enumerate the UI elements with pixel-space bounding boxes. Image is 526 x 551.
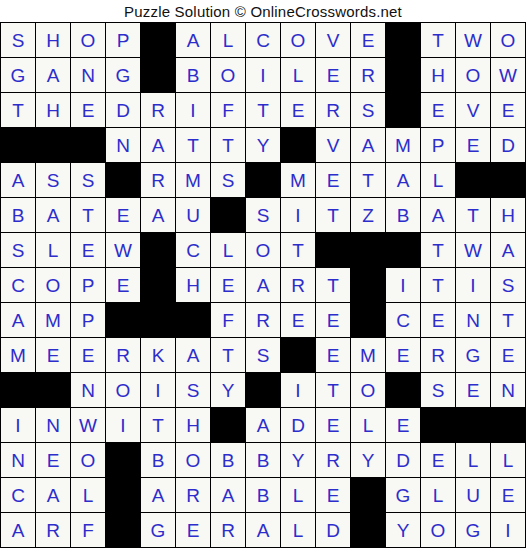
black-cell-r8c5: [141, 268, 175, 302]
black-cell-r6c7: [211, 198, 245, 232]
cell-r14c13: L: [421, 478, 455, 512]
cell-r13c1: N: [1, 443, 35, 477]
cell-r11c15: N: [491, 373, 525, 407]
cell-r12c11: L: [351, 408, 385, 442]
cell-r11c13: S: [421, 373, 455, 407]
cell-r8c3: P: [71, 268, 105, 302]
cell-r3c6: I: [176, 93, 210, 127]
cell-r10c6: A: [176, 338, 210, 372]
black-cell-r1c5: [141, 23, 175, 57]
cell-r4c4: N: [106, 128, 140, 162]
cell-r4c11: A: [351, 128, 385, 162]
cell-r2c6: B: [176, 58, 210, 92]
cell-r5c13: L: [421, 163, 455, 197]
cell-r5c5: R: [141, 163, 175, 197]
cell-r8c4: E: [106, 268, 140, 302]
cell-r8c8: A: [246, 268, 280, 302]
cell-r8c2: O: [36, 268, 70, 302]
cell-r1c7: L: [211, 23, 245, 57]
cell-r15c6: E: [176, 513, 210, 547]
cell-r4c6: T: [176, 128, 210, 162]
black-cell-r9c5: [141, 303, 175, 337]
cell-r9c12: C: [386, 303, 420, 337]
black-cell-r15c11: [351, 513, 385, 547]
cell-r10c15: E: [491, 338, 525, 372]
cell-r1c8: C: [246, 23, 280, 57]
cell-r2c1: G: [1, 58, 35, 92]
cell-r1c6: A: [176, 23, 210, 57]
cell-r9c3: P: [71, 303, 105, 337]
black-cell-r13c4: [106, 443, 140, 477]
cell-r8c12: I: [386, 268, 420, 302]
cell-r4c14: E: [456, 128, 490, 162]
cell-r15c5: G: [141, 513, 175, 547]
page-title: Puzzle Solution © OnlineCrosswords.net: [0, 0, 526, 22]
cell-r6c6: U: [176, 198, 210, 232]
cell-r5c7: S: [211, 163, 245, 197]
black-cell-r5c4: [106, 163, 140, 197]
cell-r4c10: V: [316, 128, 350, 162]
cell-r7c1: S: [1, 233, 35, 267]
cell-r6c12: B: [386, 198, 420, 232]
cell-r2c15: W: [491, 58, 525, 92]
cell-r13c3: O: [71, 443, 105, 477]
cell-r7c3: E: [71, 233, 105, 267]
cell-r9c10: E: [316, 303, 350, 337]
cell-r8c15: S: [491, 268, 525, 302]
black-cell-r5c8: [246, 163, 280, 197]
cell-r9c7: F: [211, 303, 245, 337]
cell-r15c3: F: [71, 513, 105, 547]
cell-r6c14: T: [456, 198, 490, 232]
cell-r1c3: O: [71, 23, 105, 57]
cell-r7c4: W: [106, 233, 140, 267]
cell-r11c5: I: [141, 373, 175, 407]
cell-r10c10: E: [316, 338, 350, 372]
black-cell-r9c6: [176, 303, 210, 337]
cell-r14c5: A: [141, 478, 175, 512]
cell-r6c3: T: [71, 198, 105, 232]
black-cell-r12c13: [421, 408, 455, 442]
black-cell-r10c9: [281, 338, 315, 372]
crossword-grid: SHOPALCOVETWOGANGBOILERHOWTHEDRIFTERSEVE…: [0, 22, 526, 548]
cell-r9c9: E: [281, 303, 315, 337]
cell-r1c13: T: [421, 23, 455, 57]
cell-r2c14: O: [456, 58, 490, 92]
cell-r8c10: T: [316, 268, 350, 302]
cell-r2c9: L: [281, 58, 315, 92]
black-cell-r8c11: [351, 268, 385, 302]
black-cell-r7c5: [141, 233, 175, 267]
cell-r15c9: L: [281, 513, 315, 547]
cell-r2c8: I: [246, 58, 280, 92]
cell-r7c9: T: [281, 233, 315, 267]
cell-r3c13: E: [421, 93, 455, 127]
cell-r13c11: Y: [351, 443, 385, 477]
black-cell-r11c1: [1, 373, 35, 407]
cell-r2c11: R: [351, 58, 385, 92]
cell-r3c9: E: [281, 93, 315, 127]
cell-r7c2: L: [36, 233, 70, 267]
cell-r11c7: Y: [211, 373, 245, 407]
cell-r15c13: O: [421, 513, 455, 547]
cell-r13c2: E: [36, 443, 70, 477]
cell-r3c5: R: [141, 93, 175, 127]
cell-r12c6: H: [176, 408, 210, 442]
cell-r10c13: R: [421, 338, 455, 372]
cell-r3c4: D: [106, 93, 140, 127]
cell-r12c1: I: [1, 408, 35, 442]
cell-r3c2: H: [36, 93, 70, 127]
cell-r11c10: T: [316, 373, 350, 407]
cell-r10c8: S: [246, 338, 280, 372]
black-cell-r12c15: [491, 408, 525, 442]
cell-r11c3: N: [71, 373, 105, 407]
black-cell-r7c12: [386, 233, 420, 267]
cell-r13c12: D: [386, 443, 420, 477]
cell-r5c12: A: [386, 163, 420, 197]
cell-r3c3: E: [71, 93, 105, 127]
cell-r6c10: T: [316, 198, 350, 232]
cell-r7c15: A: [491, 233, 525, 267]
cell-r13c6: O: [176, 443, 210, 477]
cell-r14c2: A: [36, 478, 70, 512]
cell-r13c13: E: [421, 443, 455, 477]
cell-r7c14: W: [456, 233, 490, 267]
cell-r6c11: Z: [351, 198, 385, 232]
cell-r15c1: A: [1, 513, 35, 547]
black-cell-r4c2: [36, 128, 70, 162]
cell-r1c9: O: [281, 23, 315, 57]
cell-r8c14: I: [456, 268, 490, 302]
cell-r6c5: A: [141, 198, 175, 232]
black-cell-r11c2: [36, 373, 70, 407]
cell-r6c4: E: [106, 198, 140, 232]
cell-r5c2: S: [36, 163, 70, 197]
cell-r8c9: R: [281, 268, 315, 302]
cell-r14c12: G: [386, 478, 420, 512]
cell-r15c8: A: [246, 513, 280, 547]
black-cell-r12c14: [456, 408, 490, 442]
cell-r6c1: B: [1, 198, 35, 232]
black-cell-r7c10: [316, 233, 350, 267]
cell-r5c10: E: [316, 163, 350, 197]
black-cell-r4c9: [281, 128, 315, 162]
cell-r5c6: M: [176, 163, 210, 197]
cell-r12c2: N: [36, 408, 70, 442]
cell-r3c1: T: [1, 93, 35, 127]
cell-r12c3: W: [71, 408, 105, 442]
cell-r14c14: U: [456, 478, 490, 512]
black-cell-r11c8: [246, 373, 280, 407]
cell-r11c9: I: [281, 373, 315, 407]
cell-r5c1: A: [1, 163, 35, 197]
cell-r1c10: V: [316, 23, 350, 57]
cell-r13c9: Y: [281, 443, 315, 477]
cell-r6c13: A: [421, 198, 455, 232]
cell-r3c7: F: [211, 93, 245, 127]
cell-r6c9: I: [281, 198, 315, 232]
cell-r15c12: Y: [386, 513, 420, 547]
cell-r10c2: E: [36, 338, 70, 372]
cell-r4c8: Y: [246, 128, 280, 162]
black-cell-r2c12: [386, 58, 420, 92]
cell-r12c10: E: [316, 408, 350, 442]
cell-r6c8: S: [246, 198, 280, 232]
cell-r14c9: L: [281, 478, 315, 512]
black-cell-r14c4: [106, 478, 140, 512]
black-cell-r3c12: [386, 93, 420, 127]
cell-r5c3: S: [71, 163, 105, 197]
black-cell-r5c15: [491, 163, 525, 197]
cell-r1c1: S: [1, 23, 35, 57]
black-cell-r14c11: [351, 478, 385, 512]
black-cell-r1c12: [386, 23, 420, 57]
cell-r1c14: W: [456, 23, 490, 57]
cell-r4c13: P: [421, 128, 455, 162]
cell-r5c9: M: [281, 163, 315, 197]
cell-r15c7: R: [211, 513, 245, 547]
black-cell-r4c1: [1, 128, 35, 162]
cell-r2c7: O: [211, 58, 245, 92]
cell-r13c10: R: [316, 443, 350, 477]
cell-r9c15: T: [491, 303, 525, 337]
cell-r3c15: E: [491, 93, 525, 127]
black-cell-r12c7: [211, 408, 245, 442]
cell-r7c13: T: [421, 233, 455, 267]
cell-r8c6: H: [176, 268, 210, 302]
cell-r15c14: G: [456, 513, 490, 547]
cell-r11c4: O: [106, 373, 140, 407]
black-cell-r4c3: [71, 128, 105, 162]
cell-r14c6: R: [176, 478, 210, 512]
cell-r14c3: L: [71, 478, 105, 512]
cell-r2c4: G: [106, 58, 140, 92]
cell-r4c5: A: [141, 128, 175, 162]
cell-r10c5: K: [141, 338, 175, 372]
cell-r14c10: E: [316, 478, 350, 512]
cell-r13c15: L: [491, 443, 525, 477]
cell-r9c1: A: [1, 303, 35, 337]
cell-r1c4: P: [106, 23, 140, 57]
cell-r9c2: M: [36, 303, 70, 337]
cell-r15c10: D: [316, 513, 350, 547]
cell-r12c4: I: [106, 408, 140, 442]
cell-r14c8: B: [246, 478, 280, 512]
cell-r11c6: S: [176, 373, 210, 407]
cell-r4c12: M: [386, 128, 420, 162]
black-cell-r9c11: [351, 303, 385, 337]
black-cell-r2c5: [141, 58, 175, 92]
cell-r1c2: H: [36, 23, 70, 57]
cell-r3c10: R: [316, 93, 350, 127]
cell-r10c3: E: [71, 338, 105, 372]
cell-r9c8: R: [246, 303, 280, 337]
cell-r15c15: I: [491, 513, 525, 547]
cell-r4c15: D: [491, 128, 525, 162]
black-cell-r7c11: [351, 233, 385, 267]
cell-r13c14: L: [456, 443, 490, 477]
cell-r2c10: E: [316, 58, 350, 92]
cell-r10c4: R: [106, 338, 140, 372]
cell-r7c6: C: [176, 233, 210, 267]
cell-r11c14: E: [456, 373, 490, 407]
cell-r12c8: A: [246, 408, 280, 442]
black-cell-r5c14: [456, 163, 490, 197]
cell-r8c13: T: [421, 268, 455, 302]
cell-r10c14: G: [456, 338, 490, 372]
cell-r8c7: E: [211, 268, 245, 302]
cell-r7c8: O: [246, 233, 280, 267]
cell-r14c7: A: [211, 478, 245, 512]
cell-r6c2: A: [36, 198, 70, 232]
cell-r1c11: E: [351, 23, 385, 57]
cell-r3c14: V: [456, 93, 490, 127]
cell-r2c3: N: [71, 58, 105, 92]
cell-r10c12: E: [386, 338, 420, 372]
cell-r10c11: M: [351, 338, 385, 372]
cell-r9c13: E: [421, 303, 455, 337]
cell-r14c15: E: [491, 478, 525, 512]
black-cell-r9c4: [106, 303, 140, 337]
cell-r12c5: T: [141, 408, 175, 442]
cell-r3c8: T: [246, 93, 280, 127]
cell-r6c15: H: [491, 198, 525, 232]
cell-r12c9: D: [281, 408, 315, 442]
cell-r7c7: L: [211, 233, 245, 267]
cell-r5c11: T: [351, 163, 385, 197]
cell-r15c2: R: [36, 513, 70, 547]
cell-r2c13: H: [421, 58, 455, 92]
cell-r9c14: N: [456, 303, 490, 337]
black-cell-r15c4: [106, 513, 140, 547]
cell-r13c8: B: [246, 443, 280, 477]
cell-r2c2: A: [36, 58, 70, 92]
cell-r1c15: O: [491, 23, 525, 57]
cell-r8c1: C: [1, 268, 35, 302]
cell-r10c1: M: [1, 338, 35, 372]
cell-r11c11: O: [351, 373, 385, 407]
cell-r4c7: T: [211, 128, 245, 162]
cell-r10c7: T: [211, 338, 245, 372]
black-cell-r11c12: [386, 373, 420, 407]
cell-r13c5: B: [141, 443, 175, 477]
cell-r3c11: S: [351, 93, 385, 127]
cell-r12c12: E: [386, 408, 420, 442]
cell-r14c1: C: [1, 478, 35, 512]
cell-r13c7: B: [211, 443, 245, 477]
